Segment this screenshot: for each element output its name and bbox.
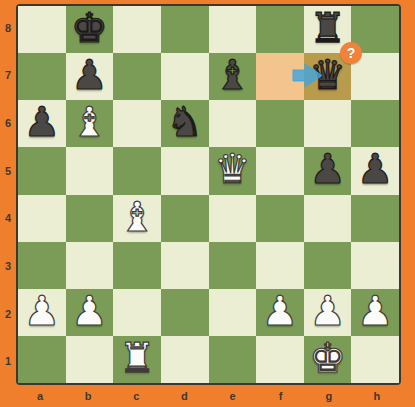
square-e8[interactable] <box>209 6 257 53</box>
square-a2[interactable]: ♟ <box>18 289 66 336</box>
square-d8[interactable] <box>161 6 209 53</box>
file-label-c: c <box>112 384 160 407</box>
square-d2[interactable] <box>161 289 209 336</box>
square-c2[interactable] <box>113 289 161 336</box>
file-labels: abcdefgh <box>16 384 401 407</box>
square-e7[interactable]: ♝ <box>209 53 257 100</box>
square-g1[interactable]: ♚ <box>304 336 352 383</box>
mistake-badge-symbol: ? <box>347 45 356 61</box>
file-label-h: h <box>353 384 401 407</box>
square-e5[interactable]: ♛ <box>209 147 257 194</box>
square-c6[interactable] <box>113 100 161 147</box>
square-e4[interactable] <box>209 195 257 242</box>
square-h2[interactable]: ♟ <box>351 289 399 336</box>
piece-white-pawn[interactable]: ♟ <box>357 291 394 332</box>
square-f3[interactable] <box>256 242 304 289</box>
square-h6[interactable] <box>351 100 399 147</box>
square-c5[interactable] <box>113 147 161 194</box>
piece-white-pawn[interactable]: ♟ <box>23 291 60 332</box>
square-g2[interactable]: ♟ <box>304 289 352 336</box>
square-b7[interactable]: ♟ <box>66 53 114 100</box>
piece-white-rook[interactable]: ♜ <box>119 338 156 379</box>
square-f8[interactable] <box>256 6 304 53</box>
square-f5[interactable] <box>256 147 304 194</box>
rank-label-8: 8 <box>0 4 16 52</box>
square-g4[interactable] <box>304 195 352 242</box>
rank-label-5: 5 <box>0 147 16 195</box>
piece-white-king[interactable]: ♚ <box>309 338 346 379</box>
square-d7[interactable] <box>161 53 209 100</box>
piece-black-pawn[interactable]: ♟ <box>71 55 108 96</box>
square-b6[interactable]: ♝ <box>66 100 114 147</box>
piece-black-pawn[interactable]: ♟ <box>357 149 394 190</box>
square-h1[interactable] <box>351 336 399 383</box>
square-a3[interactable] <box>18 242 66 289</box>
mistake-badge: ? <box>340 42 362 64</box>
piece-black-king[interactable]: ♚ <box>71 8 108 49</box>
piece-black-queen[interactable]: ♛ <box>309 55 346 96</box>
file-label-e: e <box>209 384 257 407</box>
square-b3[interactable] <box>66 242 114 289</box>
file-label-d: d <box>160 384 208 407</box>
square-b4[interactable] <box>66 195 114 242</box>
square-g3[interactable] <box>304 242 352 289</box>
piece-black-pawn[interactable]: ♟ <box>23 102 60 143</box>
rank-label-3: 3 <box>0 242 16 290</box>
square-d1[interactable] <box>161 336 209 383</box>
piece-black-pawn[interactable]: ♟ <box>309 149 346 190</box>
square-e1[interactable] <box>209 336 257 383</box>
square-g5[interactable]: ♟ <box>304 147 352 194</box>
square-b5[interactable] <box>66 147 114 194</box>
piece-black-rook[interactable]: ♜ <box>309 8 346 49</box>
square-f7[interactable] <box>256 53 304 100</box>
square-g6[interactable] <box>304 100 352 147</box>
board-frame: 87654321 ? ♚♜♟♝♛♟♝♞♛♟♟♝♟♟♟♟♟♜♚ abcdefgh <box>0 0 415 407</box>
rank-label-4: 4 <box>0 195 16 243</box>
square-b2[interactable]: ♟ <box>66 289 114 336</box>
piece-black-bishop[interactable]: ♝ <box>214 55 251 96</box>
square-c4[interactable]: ♝ <box>113 195 161 242</box>
square-e2[interactable] <box>209 289 257 336</box>
square-d6[interactable]: ♞ <box>161 100 209 147</box>
file-label-g: g <box>305 384 353 407</box>
square-a8[interactable] <box>18 6 66 53</box>
rank-label-6: 6 <box>0 99 16 147</box>
rank-labels: 87654321 <box>0 4 16 385</box>
piece-white-pawn[interactable]: ♟ <box>309 291 346 332</box>
square-a6[interactable]: ♟ <box>18 100 66 147</box>
square-h5[interactable]: ♟ <box>351 147 399 194</box>
square-f6[interactable] <box>256 100 304 147</box>
square-f4[interactable] <box>256 195 304 242</box>
piece-white-pawn[interactable]: ♟ <box>262 291 299 332</box>
square-c7[interactable] <box>113 53 161 100</box>
square-d3[interactable] <box>161 242 209 289</box>
square-c3[interactable] <box>113 242 161 289</box>
square-b1[interactable] <box>66 336 114 383</box>
piece-white-bishop[interactable]: ♝ <box>71 102 108 143</box>
square-d4[interactable] <box>161 195 209 242</box>
square-e3[interactable] <box>209 242 257 289</box>
square-c1[interactable]: ♜ <box>113 336 161 383</box>
rank-label-2: 2 <box>0 290 16 338</box>
file-label-a: a <box>16 384 64 407</box>
piece-black-knight[interactable]: ♞ <box>166 102 203 143</box>
square-a1[interactable] <box>18 336 66 383</box>
square-b8[interactable]: ♚ <box>66 6 114 53</box>
square-a5[interactable] <box>18 147 66 194</box>
square-h4[interactable] <box>351 195 399 242</box>
square-f2[interactable]: ♟ <box>256 289 304 336</box>
rank-label-1: 1 <box>0 337 16 385</box>
piece-white-pawn[interactable]: ♟ <box>71 291 108 332</box>
chess-board: ? ♚♜♟♝♛♟♝♞♛♟♟♝♟♟♟♟♟♜♚ <box>16 4 401 385</box>
square-a4[interactable] <box>18 195 66 242</box>
square-c8[interactable] <box>113 6 161 53</box>
piece-white-queen[interactable]: ♛ <box>214 149 251 190</box>
square-d5[interactable] <box>161 147 209 194</box>
square-f1[interactable] <box>256 336 304 383</box>
square-e6[interactable] <box>209 100 257 147</box>
piece-white-bishop[interactable]: ♝ <box>119 197 156 238</box>
rank-label-7: 7 <box>0 52 16 100</box>
file-label-f: f <box>257 384 305 407</box>
square-h3[interactable] <box>351 242 399 289</box>
file-label-b: b <box>64 384 112 407</box>
square-a7[interactable] <box>18 53 66 100</box>
